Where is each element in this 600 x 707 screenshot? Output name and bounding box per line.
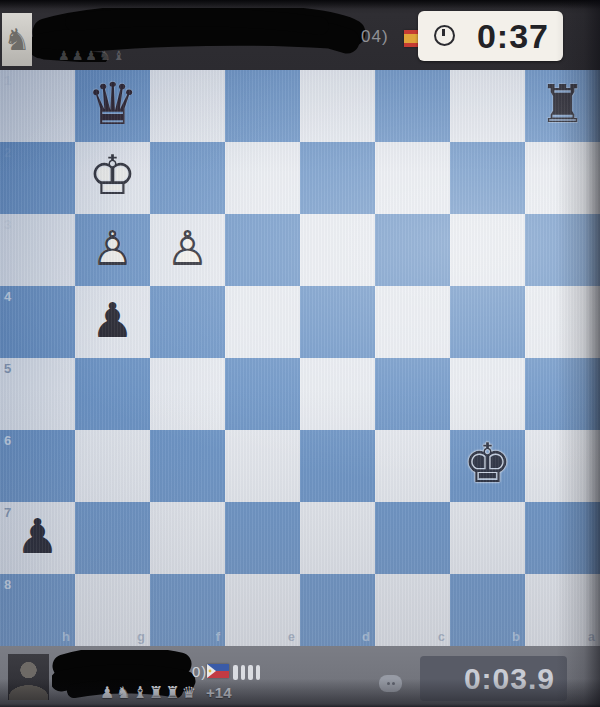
bottom-player-avatar[interactable] [8, 654, 49, 700]
square-g4[interactable]: ♟ [75, 286, 150, 358]
piece-outline: ♙ [166, 224, 209, 272]
captured-pawn-icon: ♟ [72, 48, 84, 63]
square-b6[interactable]: ♚ [450, 430, 525, 502]
signal-bar [256, 665, 261, 680]
square-c3[interactable] [375, 214, 450, 286]
square-g6[interactable] [75, 430, 150, 502]
signal-bar [233, 665, 238, 680]
square-f3[interactable]: ♟♙ [150, 214, 225, 286]
square-f4[interactable] [150, 286, 225, 358]
square-g2[interactable]: ♚♔ [75, 142, 150, 214]
square-h1[interactable]: 1 [0, 70, 75, 142]
rank-label-8: 8 [4, 577, 11, 592]
square-d1[interactable] [300, 70, 375, 142]
square-f8[interactable]: f [150, 574, 225, 646]
philippines-flag-icon [207, 664, 229, 678]
file-label-a: a [588, 629, 595, 644]
chat-bubble-icon[interactable] [379, 675, 402, 692]
top-player-time: 0:37 [477, 17, 549, 56]
square-f2[interactable] [150, 142, 225, 214]
signal-bar [241, 665, 246, 680]
square-f1[interactable] [150, 70, 225, 142]
white-pawn[interactable]: ♟♙ [150, 214, 225, 286]
square-d6[interactable] [300, 430, 375, 502]
piece-outline: ♔ [88, 149, 136, 203]
black-rook[interactable]: ♜ [525, 70, 600, 142]
square-h8[interactable]: 8h [0, 574, 75, 646]
top-captured-pieces: ♟♟♟♞♝ [58, 48, 124, 63]
game-screen: ♞ 04) ♟♟♟♞♝ 0:37 1♛♜2♚♔3♟♙♟♙4♟56♚7♟8hgfe… [0, 0, 600, 707]
captured-pawn-icon: ♟ [58, 48, 70, 63]
square-e2[interactable] [225, 142, 300, 214]
square-g8[interactable]: g [75, 574, 150, 646]
captured-rook-icon: ♜ [165, 683, 179, 702]
chess-board: 1♛♜2♚♔3♟♙♟♙4♟56♚7♟8hgfedcba [0, 70, 600, 646]
square-g7[interactable] [75, 502, 150, 574]
rank-label-6: 6 [4, 433, 11, 448]
square-c5[interactable] [375, 358, 450, 430]
square-g5[interactable] [75, 358, 150, 430]
square-e4[interactable] [225, 286, 300, 358]
top-player-bar: ♞ 04) ♟♟♟♞♝ 0:37 [0, 0, 600, 70]
square-f5[interactable] [150, 358, 225, 430]
rank-label-4: 4 [4, 289, 11, 304]
rank-label-1: 1 [4, 73, 11, 88]
square-b1[interactable] [450, 70, 525, 142]
square-g1[interactable]: ♛ [75, 70, 150, 142]
white-pawn[interactable]: ♟♙ [75, 214, 150, 286]
signal-bars-icon [233, 665, 260, 680]
square-a4[interactable] [525, 286, 600, 358]
square-e5[interactable] [225, 358, 300, 430]
black-pawn[interactable]: ♟ [75, 286, 150, 358]
square-e3[interactable] [225, 214, 300, 286]
square-h3[interactable]: 3 [0, 214, 75, 286]
bottom-player-clock: 0:03.9 [420, 656, 567, 701]
square-f6[interactable] [150, 430, 225, 502]
file-label-b: b [512, 629, 520, 644]
square-d3[interactable] [300, 214, 375, 286]
square-h4[interactable]: 4 [0, 286, 75, 358]
clock-icon [434, 25, 455, 46]
square-b2[interactable] [450, 142, 525, 214]
square-a5[interactable] [525, 358, 600, 430]
square-d8[interactable]: d [300, 574, 375, 646]
black-king[interactable]: ♚ [450, 430, 525, 502]
square-e6[interactable] [225, 430, 300, 502]
square-h7[interactable]: 7♟ [0, 502, 75, 574]
square-b8[interactable]: b [450, 574, 525, 646]
material-advantage: +14 [206, 684, 231, 701]
square-a2[interactable] [525, 142, 600, 214]
piece-fill: ♚ [463, 437, 511, 491]
captured-knight-icon: ♞ [116, 683, 130, 702]
square-d5[interactable] [300, 358, 375, 430]
captured-rook-icon: ♜ [149, 683, 163, 702]
bottom-player-rating-fragment: 0) [192, 663, 207, 680]
square-h2[interactable]: 2 [0, 142, 75, 214]
square-a7[interactable] [525, 502, 600, 574]
rank-label-2: 2 [4, 145, 11, 160]
file-label-g: g [137, 629, 145, 644]
file-label-f: f [216, 629, 220, 644]
square-h6[interactable]: 6 [0, 430, 75, 502]
captured-bishop-icon: ♝ [113, 48, 125, 63]
top-player-rating-fragment: 04) [361, 27, 389, 47]
square-g3[interactable]: ♟♙ [75, 214, 150, 286]
square-b3[interactable] [450, 214, 525, 286]
top-player-clock: 0:37 [418, 11, 563, 61]
captured-knight-icon: ♞ [99, 48, 111, 63]
square-e7[interactable] [225, 502, 300, 574]
square-c1[interactable] [375, 70, 450, 142]
black-queen[interactable]: ♛ [75, 70, 150, 142]
square-c4[interactable] [375, 286, 450, 358]
top-player-avatar[interactable]: ♞ [2, 13, 32, 66]
square-c8[interactable]: c [375, 574, 450, 646]
square-h5[interactable]: 5 [0, 358, 75, 430]
rank-label-3: 3 [4, 217, 11, 232]
square-a6[interactable] [525, 430, 600, 502]
square-e8[interactable]: e [225, 574, 300, 646]
file-label-c: c [438, 629, 445, 644]
rank-label-5: 5 [4, 361, 11, 376]
square-c6[interactable] [375, 430, 450, 502]
square-d2[interactable] [300, 142, 375, 214]
piece-fill: ♜ [539, 78, 586, 130]
signal-bar [248, 665, 253, 680]
piece-fill: ♟ [16, 512, 59, 560]
captured-pawn-icon: ♟ [85, 48, 97, 63]
captured-queen-icon: ♛ [182, 683, 196, 702]
file-label-d: d [362, 629, 370, 644]
square-e1[interactable] [225, 70, 300, 142]
square-a1[interactable]: ♜ [525, 70, 600, 142]
piece-fill: ♟ [91, 296, 134, 344]
square-c2[interactable] [375, 142, 450, 214]
piece-outline: ♙ [91, 224, 134, 272]
bottom-player-time: 0:03.9 [464, 662, 555, 696]
square-a3[interactable] [525, 214, 600, 286]
white-king[interactable]: ♚♔ [75, 142, 150, 214]
bottom-captured-pieces: ♟♞♝♜♜♛+14 [100, 683, 232, 702]
square-d4[interactable] [300, 286, 375, 358]
square-b7[interactable] [450, 502, 525, 574]
piece-fill: ♛ [87, 75, 139, 133]
square-b4[interactable] [450, 286, 525, 358]
square-b5[interactable] [450, 358, 525, 430]
square-a8[interactable]: a [525, 574, 600, 646]
square-d7[interactable] [300, 502, 375, 574]
square-c7[interactable] [375, 502, 450, 574]
square-f7[interactable] [150, 502, 225, 574]
black-pawn[interactable]: ♟ [0, 502, 75, 574]
file-label-h: h [62, 629, 70, 644]
captured-bishop-icon: ♝ [133, 683, 147, 702]
captured-pawn-icon: ♟ [100, 683, 114, 702]
file-label-e: e [288, 629, 295, 644]
